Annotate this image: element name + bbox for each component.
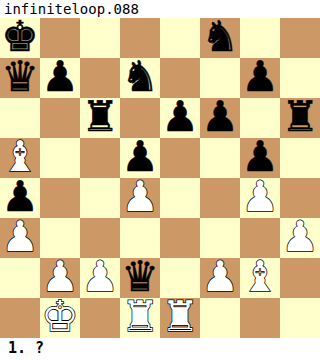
square-d4[interactable]: ♟ bbox=[120, 178, 160, 218]
square-e1[interactable]: ♜ bbox=[160, 298, 200, 338]
square-g1[interactable] bbox=[240, 298, 280, 338]
square-b7[interactable]: ♟ bbox=[40, 58, 80, 98]
square-a2[interactable] bbox=[0, 258, 40, 298]
black-pawn-piece: ♟ bbox=[241, 57, 279, 97]
black-rook-piece: ♜ bbox=[281, 97, 319, 137]
square-c4[interactable] bbox=[80, 178, 120, 218]
square-a7[interactable]: ♛ bbox=[0, 58, 40, 98]
puzzle-title: infiniteloop.088 bbox=[0, 0, 320, 18]
square-c2[interactable]: ♟ bbox=[80, 258, 120, 298]
black-queen-piece: ♛ bbox=[1, 57, 39, 97]
black-pawn-piece: ♟ bbox=[241, 137, 279, 177]
square-h1[interactable] bbox=[280, 298, 320, 338]
square-a3[interactable]: ♟ bbox=[0, 218, 40, 258]
black-knight-piece: ♞ bbox=[201, 17, 239, 57]
square-e3[interactable] bbox=[160, 218, 200, 258]
black-pawn-piece: ♟ bbox=[161, 97, 199, 137]
square-h6[interactable]: ♜ bbox=[280, 98, 320, 138]
move-prompt: 1. ? bbox=[0, 338, 320, 360]
white-pawn-piece: ♟ bbox=[41, 257, 79, 297]
black-pawn-piece: ♟ bbox=[41, 57, 79, 97]
square-e5[interactable] bbox=[160, 138, 200, 178]
black-pawn-piece: ♟ bbox=[121, 137, 159, 177]
square-f5[interactable] bbox=[200, 138, 240, 178]
square-b6[interactable] bbox=[40, 98, 80, 138]
square-e6[interactable]: ♟ bbox=[160, 98, 200, 138]
white-pawn-piece: ♟ bbox=[1, 217, 39, 257]
square-b5[interactable] bbox=[40, 138, 80, 178]
square-a1[interactable] bbox=[0, 298, 40, 338]
square-g2[interactable]: ♝ bbox=[240, 258, 280, 298]
white-pawn-piece: ♟ bbox=[241, 177, 279, 217]
square-g4[interactable]: ♟ bbox=[240, 178, 280, 218]
square-f1[interactable] bbox=[200, 298, 240, 338]
square-f8[interactable]: ♞ bbox=[200, 18, 240, 58]
square-d7[interactable]: ♞ bbox=[120, 58, 160, 98]
white-pawn-piece: ♟ bbox=[121, 177, 159, 217]
white-rook-piece: ♜ bbox=[121, 297, 159, 337]
black-rook-piece: ♜ bbox=[81, 97, 119, 137]
square-c6[interactable]: ♜ bbox=[80, 98, 120, 138]
black-pawn-piece: ♟ bbox=[1, 177, 39, 217]
white-king-piece: ♚ bbox=[41, 297, 79, 337]
square-c8[interactable] bbox=[80, 18, 120, 58]
chess-board: ♚♞♛♟♞♟♜♟♟♜♝♟♟♟♟♟♟♟♟♟♛♟♝♚♜♜ bbox=[0, 18, 320, 338]
square-h2[interactable] bbox=[280, 258, 320, 298]
white-bishop-piece: ♝ bbox=[241, 257, 279, 297]
white-pawn-piece: ♟ bbox=[81, 257, 119, 297]
white-pawn-piece: ♟ bbox=[201, 257, 239, 297]
square-b4[interactable] bbox=[40, 178, 80, 218]
square-d1[interactable]: ♜ bbox=[120, 298, 160, 338]
black-queen-piece: ♛ bbox=[121, 257, 159, 297]
white-bishop-piece: ♝ bbox=[1, 137, 39, 177]
square-f2[interactable]: ♟ bbox=[200, 258, 240, 298]
square-e4[interactable] bbox=[160, 178, 200, 218]
square-h8[interactable] bbox=[280, 18, 320, 58]
square-h3[interactable]: ♟ bbox=[280, 218, 320, 258]
square-f6[interactable]: ♟ bbox=[200, 98, 240, 138]
black-king-piece: ♚ bbox=[1, 17, 39, 57]
square-b1[interactable]: ♚ bbox=[40, 298, 80, 338]
square-e8[interactable] bbox=[160, 18, 200, 58]
white-pawn-piece: ♟ bbox=[281, 217, 319, 257]
square-c5[interactable] bbox=[80, 138, 120, 178]
black-pawn-piece: ♟ bbox=[201, 97, 239, 137]
square-h5[interactable] bbox=[280, 138, 320, 178]
square-c1[interactable] bbox=[80, 298, 120, 338]
square-f4[interactable] bbox=[200, 178, 240, 218]
black-knight-piece: ♞ bbox=[121, 57, 159, 97]
square-g7[interactable]: ♟ bbox=[240, 58, 280, 98]
white-rook-piece: ♜ bbox=[161, 297, 199, 337]
